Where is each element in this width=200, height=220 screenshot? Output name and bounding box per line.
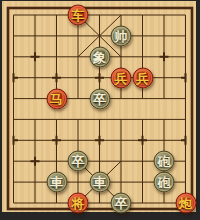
olive-elephant-e2-glyph: 象 [93, 50, 106, 63]
pieces-layer: 车帅象兵兵马卒卒砲車車砲将卒炮 [0, 0, 200, 220]
red-soldier-g3-glyph: 兵 [136, 71, 149, 84]
olive-soldier-f9-glyph: 卒 [115, 197, 128, 210]
red-chariot-d0-glyph: 车 [72, 9, 85, 22]
olive-chariot-e8-glyph: 車 [93, 176, 106, 189]
olive-chariot-c8-glyph: 車 [50, 176, 63, 189]
olive-soldier-e4-glyph: 卒 [93, 92, 106, 105]
olive-chariot-c8[interactable]: 車 [46, 172, 67, 193]
olive-cannon-h7-glyph: 砲 [158, 155, 171, 168]
red-chariot-d0[interactable]: 车 [68, 5, 89, 26]
olive-cannon-h8-glyph: 砲 [158, 176, 171, 189]
red-cannon-i9[interactable]: 炮 [175, 193, 196, 214]
olive-general-f1-glyph: 帅 [115, 29, 128, 42]
olive-soldier-d7[interactable]: 卒 [68, 151, 89, 172]
red-general-d9[interactable]: 将 [68, 193, 89, 214]
red-soldier-f3-glyph: 兵 [115, 71, 128, 84]
olive-soldier-e4[interactable]: 卒 [89, 88, 110, 109]
red-cannon-i9-glyph: 炮 [179, 197, 192, 210]
olive-soldier-d7-glyph: 卒 [72, 155, 85, 168]
olive-cannon-h7[interactable]: 砲 [154, 151, 175, 172]
olive-elephant-e2[interactable]: 象 [89, 46, 110, 67]
red-soldier-f3[interactable]: 兵 [111, 67, 132, 88]
olive-cannon-h8[interactable]: 砲 [154, 172, 175, 193]
red-general-d9-glyph: 将 [72, 197, 85, 210]
red-horse-c4-glyph: 马 [50, 92, 63, 105]
olive-general-f1[interactable]: 帅 [111, 25, 132, 46]
xiangqi-board-screen: 车帅象兵兵马卒卒砲車車砲将卒炮 [0, 0, 200, 220]
olive-soldier-f9[interactable]: 卒 [111, 193, 132, 214]
red-soldier-g3[interactable]: 兵 [132, 67, 153, 88]
red-horse-c4[interactable]: 马 [46, 88, 67, 109]
olive-chariot-e8[interactable]: 車 [89, 172, 110, 193]
